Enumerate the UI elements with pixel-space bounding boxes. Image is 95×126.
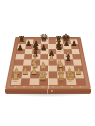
chess-board: abcdefgh <box>5 37 91 89</box>
file-label-f: f <box>61 86 62 89</box>
file-label-d: d <box>42 86 44 89</box>
file-label-a: a <box>14 86 16 89</box>
square-g1 <box>66 78 76 85</box>
square-h1 <box>75 78 85 85</box>
file-label-e: e <box>52 86 54 89</box>
square-e1 <box>48 78 57 85</box>
board-shadow <box>7 92 88 97</box>
square-b2 <box>20 71 30 78</box>
square-a2 <box>11 71 21 78</box>
file-label-b: b <box>23 86 25 89</box>
file-label-h: h <box>79 86 81 89</box>
square-d2 <box>38 71 47 78</box>
fold-seam <box>47 37 48 89</box>
square-b1 <box>20 78 30 85</box>
square-c1 <box>29 78 39 85</box>
square-h2 <box>74 71 84 78</box>
square-a1 <box>10 78 20 85</box>
square-g2 <box>65 71 75 78</box>
file-label-c: c <box>33 86 35 89</box>
file-label-g: g <box>70 86 72 89</box>
square-f1 <box>57 78 67 85</box>
square-f2 <box>56 71 65 78</box>
square-e2 <box>48 71 57 78</box>
chess-set-product-photo: abcdefgh ♜♛♜♚♟♟♟♟♟♟♞♟♞♝♟♝♝♟♝♞♟♞♟♟♟♟♟♟♜♛♜… <box>0 0 95 126</box>
square-c2 <box>29 71 38 78</box>
square-d1 <box>38 78 47 85</box>
